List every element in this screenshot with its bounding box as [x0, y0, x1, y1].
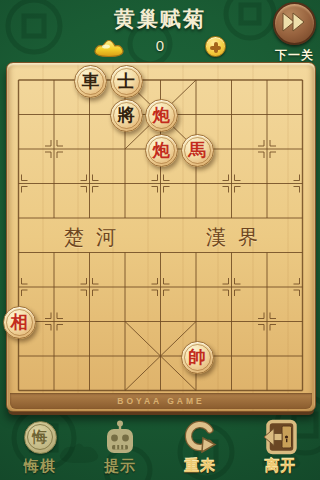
xiangqi-board[interactable]: 楚河 漢界 車士將炮炮馬相帥 BOYAA GAME [6, 62, 316, 412]
restart-button[interactable]: 重来 [160, 416, 240, 480]
restart-icon [182, 418, 218, 456]
piece-black-general[interactable]: 將 [110, 99, 143, 132]
undo-label: 悔棋 [24, 457, 56, 476]
piece-red-cannon-1[interactable]: 炮 [145, 99, 178, 132]
exit-door-icon [261, 418, 299, 456]
piece-red-cannon-2[interactable]: 炮 [145, 134, 178, 167]
restart-label: 重来 [184, 457, 216, 476]
piece-black-advisor[interactable]: 士 [110, 65, 143, 98]
coin-count: 0 [140, 37, 180, 54]
app-screen: 黄巢赋菊 0 下一关 楚河 漢界 車士將炮炮馬相帥 BOYAA GAME [0, 0, 320, 480]
undo-button[interactable]: 悔 悔棋 [0, 416, 80, 480]
undo-piece-icon: 悔 [24, 418, 57, 456]
leave-button[interactable]: 离开 [240, 416, 320, 480]
piece-black-chariot[interactable]: 車 [74, 65, 107, 98]
next-level-button[interactable] [273, 2, 316, 45]
piece-red-horse[interactable]: 馬 [181, 134, 214, 167]
hint-label: 提示 [104, 457, 136, 476]
river-label-han: 漢界 [206, 224, 270, 251]
hint-button[interactable]: 提示 [80, 416, 160, 480]
piece-red-elephant[interactable]: 相 [3, 306, 36, 339]
board-bottom-edge: BOYAA GAME [10, 393, 312, 409]
piece-red-general[interactable]: 帥 [181, 341, 214, 374]
fast-forward-icon [280, 8, 310, 36]
robot-icon [101, 418, 139, 456]
next-level-control: 下一关 [271, 2, 318, 64]
add-coins-button[interactable] [205, 36, 226, 57]
gold-ingot-icon [93, 39, 125, 59]
board-watermark: BOYAA GAME [10, 393, 312, 409]
leave-label: 离开 [264, 457, 296, 476]
toolbar: 悔 悔棋 提示 [0, 416, 320, 480]
river-label-chu: 楚河 [64, 224, 128, 251]
